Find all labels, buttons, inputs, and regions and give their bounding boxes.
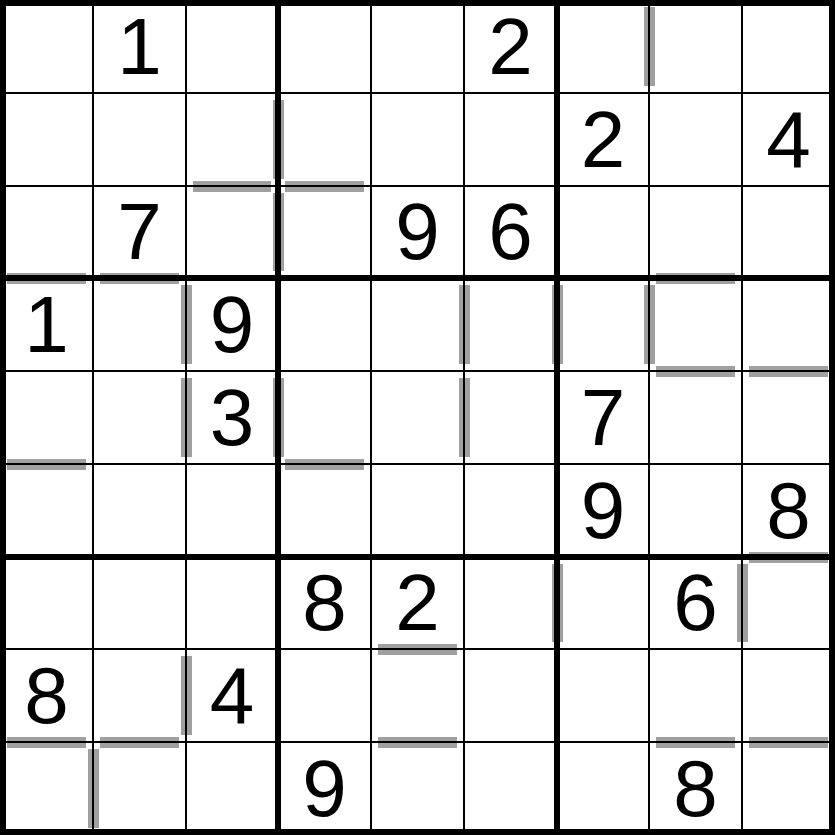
- cell-r9c3[interactable]: [186, 742, 278, 835]
- given-digit: 2: [581, 100, 626, 180]
- cell-r6c8[interactable]: [649, 464, 742, 557]
- given-digit: 8: [766, 471, 811, 551]
- given-digit: 8: [24, 656, 69, 736]
- cell-r7c5[interactable]: 2: [371, 557, 464, 649]
- cell-line-horizontal: [0, 741, 835, 743]
- cell-r6c7[interactable]: 9: [557, 464, 649, 557]
- cell-r5c2[interactable]: [93, 371, 186, 464]
- cell-r8c9[interactable]: [742, 649, 835, 742]
- cell-r1c4[interactable]: [278, 0, 371, 93]
- cell-line-horizontal: [0, 648, 835, 650]
- cell-r2c7[interactable]: 2: [557, 93, 649, 186]
- cell-r1c7[interactable]: [557, 0, 649, 93]
- cell-r2c3[interactable]: [186, 93, 278, 186]
- cell-r6c1[interactable]: [0, 464, 93, 557]
- cell-r8c2[interactable]: [93, 649, 186, 742]
- cell-r8c4[interactable]: [278, 649, 371, 742]
- cell-r8c6[interactable]: [464, 649, 557, 742]
- cell-r5c3[interactable]: 3: [186, 371, 278, 464]
- cell-r8c3[interactable]: 4: [186, 649, 278, 742]
- cell-r5c9[interactable]: [742, 371, 835, 464]
- cell-r9c1[interactable]: [0, 742, 93, 835]
- cell-r8c7[interactable]: [557, 649, 649, 742]
- cell-r6c3[interactable]: [186, 464, 278, 557]
- cell-line-vertical: [648, 0, 650, 835]
- cell-r2c8[interactable]: [649, 93, 742, 186]
- cell-line-horizontal: [0, 463, 835, 465]
- given-digit: 7: [581, 378, 626, 458]
- cell-r4c9[interactable]: [742, 278, 835, 371]
- cell-r9c7[interactable]: [557, 742, 649, 835]
- cell-r1c2[interactable]: 1: [93, 0, 186, 93]
- cell-r2c2[interactable]: [93, 93, 186, 186]
- cell-r3c6[interactable]: 6: [464, 186, 557, 278]
- given-digit: 9: [581, 471, 626, 551]
- given-digit: 3: [210, 378, 255, 458]
- cell-line-horizontal: [0, 92, 835, 94]
- given-digit: 9: [302, 749, 347, 829]
- cell-r7c9[interactable]: [742, 557, 835, 649]
- cell-r5c6[interactable]: [464, 371, 557, 464]
- cell-r3c3[interactable]: [186, 186, 278, 278]
- cell-r1c1[interactable]: [0, 0, 93, 93]
- cell-r1c5[interactable]: [371, 0, 464, 93]
- given-digit: 7: [117, 192, 162, 272]
- cell-r1c3[interactable]: [186, 0, 278, 93]
- cell-r1c6[interactable]: 2: [464, 0, 557, 93]
- cell-r1c8[interactable]: [649, 0, 742, 93]
- cell-r4c3[interactable]: 9: [186, 278, 278, 371]
- cell-r6c6[interactable]: [464, 464, 557, 557]
- box-line-vertical: [829, 0, 835, 835]
- cell-r5c4[interactable]: [278, 371, 371, 464]
- box-line-horizontal: [0, 829, 835, 835]
- cell-r5c7[interactable]: 7: [557, 371, 649, 464]
- box-line-horizontal: [0, 554, 835, 560]
- cell-r6c9[interactable]: 8: [742, 464, 835, 557]
- cell-r7c7[interactable]: [557, 557, 649, 649]
- cell-r3c9[interactable]: [742, 186, 835, 278]
- cell-r4c4[interactable]: [278, 278, 371, 371]
- box-line-horizontal: [0, 275, 835, 281]
- cell-line-vertical: [92, 0, 94, 835]
- cell-r4c6[interactable]: [464, 278, 557, 371]
- given-digit: 9: [395, 192, 440, 272]
- cell-r4c2[interactable]: [93, 278, 186, 371]
- cell-r4c7[interactable]: [557, 278, 649, 371]
- cell-r2c1[interactable]: [0, 93, 93, 186]
- cell-r3c1[interactable]: [0, 186, 93, 278]
- cell-r8c1[interactable]: 8: [0, 649, 93, 742]
- cell-line-vertical: [463, 0, 465, 835]
- cell-r9c5[interactable]: [371, 742, 464, 835]
- cell-r9c8[interactable]: 8: [649, 742, 742, 835]
- cell-r6c2[interactable]: [93, 464, 186, 557]
- cell-r3c5[interactable]: 9: [371, 186, 464, 278]
- cell-r3c7[interactable]: [557, 186, 649, 278]
- box-line-vertical: [0, 0, 6, 835]
- box-line-horizontal: [0, 0, 835, 6]
- given-digit: 9: [210, 285, 255, 365]
- cell-r1c9[interactable]: [742, 0, 835, 93]
- cell-r4c5[interactable]: [371, 278, 464, 371]
- cell-r9c4[interactable]: 9: [278, 742, 371, 835]
- given-digit: 6: [673, 563, 718, 643]
- cell-line-vertical: [370, 0, 372, 835]
- cell-r2c9[interactable]: 4: [742, 93, 835, 186]
- given-digit: 8: [673, 749, 718, 829]
- cell-r7c6[interactable]: [464, 557, 557, 649]
- given-digit: 4: [766, 100, 811, 180]
- given-digit: 1: [117, 7, 162, 87]
- cell-line-horizontal: [0, 370, 835, 372]
- sudoku-board: 12247961937988268498: [0, 0, 835, 835]
- cell-r9c6[interactable]: [464, 742, 557, 835]
- cell-r6c5[interactable]: [371, 464, 464, 557]
- cell-r7c8[interactable]: 6: [649, 557, 742, 649]
- cell-r5c1[interactable]: [0, 371, 93, 464]
- cell-r9c2[interactable]: [93, 742, 186, 835]
- cell-r7c3[interactable]: [186, 557, 278, 649]
- cell-r2c5[interactable]: [371, 93, 464, 186]
- cell-r4c8[interactable]: [649, 278, 742, 371]
- cell-line-vertical: [741, 0, 743, 835]
- cell-r6c4[interactable]: [278, 464, 371, 557]
- cell-r2c4[interactable]: [278, 93, 371, 186]
- box-line-vertical: [275, 0, 281, 835]
- cell-r5c8[interactable]: [649, 371, 742, 464]
- given-digit: 1: [24, 285, 69, 365]
- box-line-vertical: [554, 0, 560, 835]
- cell-r8c5[interactable]: [371, 649, 464, 742]
- cell-r8c8[interactable]: [649, 649, 742, 742]
- given-digit: 2: [395, 563, 440, 643]
- given-digit: 2: [488, 7, 533, 87]
- cell-r5c5[interactable]: [371, 371, 464, 464]
- given-digit: 4: [210, 656, 255, 736]
- given-digit: 6: [488, 192, 533, 272]
- given-digit: 8: [302, 563, 347, 643]
- cell-line-horizontal: [0, 185, 835, 187]
- cell-r4c1[interactable]: 1: [0, 278, 93, 371]
- cell-r7c2[interactable]: [93, 557, 186, 649]
- cell-r3c8[interactable]: [649, 186, 742, 278]
- cell-line-vertical: [185, 0, 187, 835]
- cell-r3c4[interactable]: [278, 186, 371, 278]
- cell-r3c2[interactable]: 7: [93, 186, 186, 278]
- cell-r2c6[interactable]: [464, 93, 557, 186]
- cell-r7c4[interactable]: 8: [278, 557, 371, 649]
- cell-r7c1[interactable]: [0, 557, 93, 649]
- cell-r9c9[interactable]: [742, 742, 835, 835]
